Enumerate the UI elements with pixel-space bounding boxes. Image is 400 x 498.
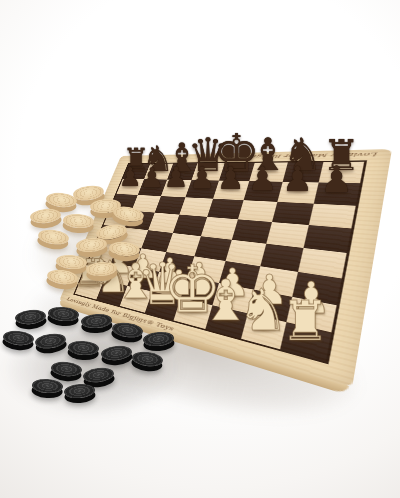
square xyxy=(238,200,277,222)
dark-checker-disc xyxy=(14,308,46,325)
square xyxy=(319,162,364,183)
square xyxy=(271,202,314,226)
square xyxy=(282,162,323,182)
dark-checker-disc xyxy=(100,344,132,361)
dark-checker-disc xyxy=(50,360,82,377)
light-checker-disc xyxy=(62,213,94,229)
board-edge-inscription-far: Lovingly Made for Bigjigs® Toys xyxy=(224,151,378,159)
dark-checker-disc xyxy=(2,329,34,346)
dark-checker-disc xyxy=(80,313,112,329)
square xyxy=(277,182,319,204)
square xyxy=(243,181,282,202)
dark-checker-disc xyxy=(63,383,95,400)
square xyxy=(314,182,360,205)
product-photo-scene: Lovingly Made for Bigjigs® Toys Lovingly… xyxy=(0,0,400,498)
light-checker-disc xyxy=(37,228,70,246)
dark-checker-disc xyxy=(131,350,163,368)
dark-checker-disc xyxy=(67,340,99,356)
light-checker-disc xyxy=(29,207,61,224)
dark-checker-disc xyxy=(34,332,67,350)
dark-checker-disc xyxy=(31,378,63,394)
square xyxy=(249,162,287,181)
dark-checker-disc xyxy=(82,366,114,384)
